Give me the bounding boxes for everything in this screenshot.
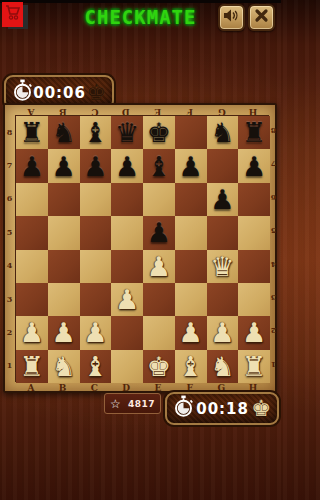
piece-black-rook[interactable]: ♜ — [20, 119, 44, 146]
coordinate-label: 1 — [5, 349, 14, 382]
square-f7[interactable]: ♟ — [175, 149, 207, 182]
coordinate-label: 5 — [269, 215, 278, 248]
piece-white-pawn[interactable]: ♟ — [210, 319, 234, 346]
piece-black-pawn[interactable]: ♟ — [52, 153, 76, 180]
piece-white-pawn[interactable]: ♟ — [242, 319, 266, 346]
square-c2[interactable]: ♟ — [80, 316, 112, 349]
square-h5[interactable] — [238, 216, 270, 249]
coordinate-label: 3 — [5, 282, 14, 315]
square-f4[interactable] — [175, 250, 207, 283]
square-g3[interactable] — [207, 283, 239, 316]
score-panel: ☆ 4817 — [104, 393, 161, 414]
black-king-indicator-icon: ♚ — [86, 82, 106, 104]
piece-black-knight[interactable]: ♞ — [52, 119, 76, 146]
square-e2[interactable] — [143, 316, 175, 349]
piece-white-rook[interactable]: ♜ — [242, 353, 266, 380]
piece-black-pawn[interactable]: ♟ — [210, 186, 234, 213]
square-e1[interactable]: ♚ — [143, 350, 175, 383]
rank-labels-right: 87654321 — [269, 115, 278, 382]
close-button[interactable] — [248, 4, 275, 31]
coordinate-label: 8 — [5, 115, 14, 148]
piece-black-rook[interactable]: ♜ — [242, 119, 266, 146]
piece-white-pawn[interactable]: ♟ — [115, 286, 139, 313]
square-e8[interactable]: ♚ — [143, 116, 175, 149]
top-edge-strip — [0, 0, 281, 3]
square-h6[interactable] — [238, 183, 270, 216]
square-e5[interactable]: ♟ — [143, 216, 175, 249]
coordinate-label: 2 — [5, 315, 14, 348]
square-f1[interactable]: ♝ — [175, 350, 207, 383]
square-c1[interactable]: ♝ — [80, 350, 112, 383]
square-b3[interactable] — [48, 283, 80, 316]
square-h2[interactable]: ♟ — [238, 316, 270, 349]
square-a2[interactable]: ♟ — [16, 316, 48, 349]
square-c6[interactable] — [80, 183, 112, 216]
piece-black-queen[interactable]: ♛ — [115, 119, 139, 146]
square-h3[interactable] — [238, 283, 270, 316]
piece-white-pawn[interactable]: ♟ — [147, 253, 171, 280]
piece-black-bishop[interactable]: ♝ — [147, 153, 171, 180]
piece-white-pawn[interactable]: ♟ — [179, 319, 203, 346]
piece-white-king[interactable]: ♚ — [147, 353, 171, 380]
square-d1[interactable] — [111, 350, 143, 383]
star-icon: ☆ — [110, 398, 121, 410]
square-d3[interactable]: ♟ — [111, 283, 143, 316]
coordinate-label: 4 — [269, 249, 278, 282]
square-e4[interactable]: ♟ — [143, 250, 175, 283]
piece-white-rook[interactable]: ♜ — [20, 353, 44, 380]
square-a4[interactable] — [16, 250, 48, 283]
square-h4[interactable] — [238, 250, 270, 283]
square-g2[interactable]: ♟ — [207, 316, 239, 349]
stopwatch-icon — [12, 79, 33, 106]
shop-cart-button[interactable] — [2, 2, 23, 27]
sound-button[interactable] — [218, 4, 245, 31]
square-b4[interactable] — [48, 250, 80, 283]
square-d2[interactable] — [111, 316, 143, 349]
piece-black-pawn[interactable]: ♟ — [83, 153, 107, 180]
square-d8[interactable]: ♛ — [111, 116, 143, 149]
piece-white-pawn[interactable]: ♟ — [83, 319, 107, 346]
piece-white-bishop[interactable]: ♝ — [83, 353, 107, 380]
square-c3[interactable] — [80, 283, 112, 316]
square-a8[interactable]: ♜ — [16, 116, 48, 149]
square-e6[interactable] — [143, 183, 175, 216]
square-b1[interactable]: ♞ — [48, 350, 80, 383]
coordinate-label: 8 — [269, 115, 278, 148]
piece-black-pawn[interactable]: ♟ — [115, 153, 139, 180]
square-d7[interactable]: ♟ — [111, 149, 143, 182]
square-g5[interactable] — [207, 216, 239, 249]
piece-white-bishop[interactable]: ♝ — [179, 353, 203, 380]
white-timer-value: 00:18 — [194, 400, 251, 418]
coordinate-label: 7 — [269, 148, 278, 181]
rank-labels-left: 87654321 — [5, 115, 14, 382]
coordinate-label: 6 — [5, 182, 14, 215]
square-g7[interactable] — [207, 149, 239, 182]
coordinate-label: 6 — [269, 182, 278, 215]
piece-black-knight[interactable]: ♞ — [210, 119, 234, 146]
coordinate-label: 2 — [269, 315, 278, 348]
coordinate-label: 4 — [5, 249, 14, 282]
square-b8[interactable]: ♞ — [48, 116, 80, 149]
speaker-icon — [223, 8, 240, 27]
square-b6[interactable] — [48, 183, 80, 216]
square-g6[interactable]: ♟ — [207, 183, 239, 216]
square-b5[interactable] — [48, 216, 80, 249]
stopwatch-icon — [173, 395, 194, 422]
square-h8[interactable]: ♜ — [238, 116, 270, 149]
square-g1[interactable]: ♞ — [207, 350, 239, 383]
square-f3[interactable] — [175, 283, 207, 316]
coordinate-label: 1 — [269, 349, 278, 382]
shopping-cart-icon — [5, 4, 20, 25]
piece-white-pawn[interactable]: ♟ — [52, 319, 76, 346]
square-g4[interactable]: ♛ — [207, 250, 239, 283]
square-g8[interactable]: ♞ — [207, 116, 239, 149]
coordinate-label: A — [15, 383, 47, 395]
app-title: CHECKMATE — [85, 6, 197, 28]
coordinate-label: 7 — [5, 148, 14, 181]
score-value: 4817 — [121, 399, 155, 409]
square-b7[interactable]: ♟ — [48, 149, 80, 182]
piece-black-pawn[interactable]: ♟ — [20, 153, 44, 180]
square-f6[interactable] — [175, 183, 207, 216]
piece-black-bishop[interactable]: ♝ — [83, 119, 107, 146]
square-a6[interactable] — [16, 183, 48, 216]
piece-black-pawn[interactable]: ♟ — [147, 219, 171, 246]
square-e7[interactable]: ♝ — [143, 149, 175, 182]
square-d5[interactable] — [111, 216, 143, 249]
square-h7[interactable]: ♟ — [238, 149, 270, 182]
white-king-indicator-icon: ♚ — [251, 398, 271, 420]
piece-white-knight[interactable]: ♞ — [210, 353, 234, 380]
black-timer-value: 00:06 — [33, 84, 86, 102]
square-h1[interactable]: ♜ — [238, 350, 270, 383]
square-f8[interactable] — [175, 116, 207, 149]
board-squares: ♜♞♝♛♚♞♜♟♟♟♟♝♟♟♟♟♟♛♟♟♟♟♟♟♟♜♞♝♚♝♞♜ — [15, 115, 269, 382]
square-f5[interactable] — [175, 216, 207, 249]
piece-black-pawn[interactable]: ♟ — [242, 153, 266, 180]
square-c7[interactable]: ♟ — [80, 149, 112, 182]
piece-white-knight[interactable]: ♞ — [52, 353, 76, 380]
chess-board: ABCDEFGH 87654321 87654321 ♜♞♝♛♚♞♜♟♟♟♟♝♟… — [3, 103, 277, 393]
close-x-icon — [254, 8, 269, 27]
square-c4[interactable] — [80, 250, 112, 283]
square-e3[interactable] — [143, 283, 175, 316]
square-a3[interactable] — [16, 283, 48, 316]
square-c5[interactable] — [80, 216, 112, 249]
piece-white-pawn[interactable]: ♟ — [20, 319, 44, 346]
square-c8[interactable]: ♝ — [80, 116, 112, 149]
coordinate-label: 5 — [5, 215, 14, 248]
coordinate-label: B — [47, 383, 79, 395]
piece-black-king[interactable]: ♚ — [147, 119, 171, 146]
piece-white-queen[interactable]: ♛ — [210, 253, 234, 280]
square-d4[interactable] — [111, 250, 143, 283]
square-b2[interactable]: ♟ — [48, 316, 80, 349]
coordinate-label: 3 — [269, 282, 278, 315]
square-a7[interactable]: ♟ — [16, 149, 48, 182]
piece-black-pawn[interactable]: ♟ — [179, 153, 203, 180]
white-timer-panel: 00:18 ♚ — [165, 392, 279, 425]
square-a5[interactable] — [16, 216, 48, 249]
square-a1[interactable]: ♜ — [16, 350, 48, 383]
square-d6[interactable] — [111, 183, 143, 216]
square-f2[interactable]: ♟ — [175, 316, 207, 349]
